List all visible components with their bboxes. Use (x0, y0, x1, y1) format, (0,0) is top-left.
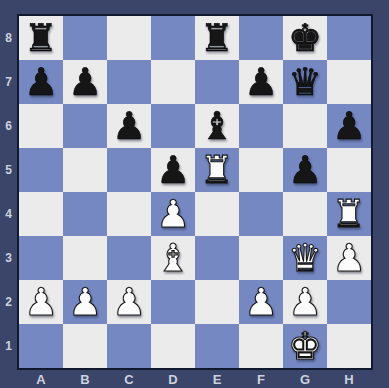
square-e8[interactable]: ♜ (195, 16, 239, 60)
piece-black-bishop-e6[interactable]: ♝ (200, 104, 234, 148)
piece-white-pawn-b2[interactable]: ♟ (68, 280, 102, 324)
piece-black-pawn-g5[interactable]: ♟ (288, 148, 322, 192)
square-d8[interactable] (151, 16, 195, 60)
square-e5[interactable]: ♜ (195, 148, 239, 192)
square-a4[interactable] (19, 192, 63, 236)
square-a6[interactable] (19, 104, 63, 148)
square-f6[interactable] (239, 104, 283, 148)
piece-black-queen-g7[interactable]: ♛ (288, 60, 322, 104)
file-label-e: E (195, 370, 239, 388)
square-h2[interactable] (327, 280, 371, 324)
piece-white-pawn-g2[interactable]: ♟ (288, 280, 322, 324)
piece-white-pawn-h3[interactable]: ♟ (332, 236, 366, 280)
square-b5[interactable] (63, 148, 107, 192)
square-a8[interactable]: ♜ (19, 16, 63, 60)
square-a7[interactable]: ♟ (19, 60, 63, 104)
square-g1[interactable]: ♚ (283, 324, 327, 368)
piece-black-pawn-b7[interactable]: ♟ (68, 60, 102, 104)
square-f8[interactable] (239, 16, 283, 60)
piece-black-pawn-c6[interactable]: ♟ (112, 104, 146, 148)
piece-white-pawn-f2[interactable]: ♟ (244, 280, 278, 324)
rank-label-3: 3 (0, 236, 17, 280)
square-a3[interactable] (19, 236, 63, 280)
file-label-d: D (151, 370, 195, 388)
rank-label-4: 4 (0, 192, 17, 236)
square-g4[interactable] (283, 192, 327, 236)
square-g3[interactable]: ♛ (283, 236, 327, 280)
file-label-g: G (283, 370, 327, 388)
file-label-b: B (63, 370, 107, 388)
file-label-h: H (327, 370, 371, 388)
square-h6[interactable]: ♟ (327, 104, 371, 148)
square-h7[interactable] (327, 60, 371, 104)
piece-white-queen-g3[interactable]: ♛ (288, 236, 322, 280)
piece-black-pawn-a7[interactable]: ♟ (24, 60, 58, 104)
square-d1[interactable] (151, 324, 195, 368)
square-d4[interactable]: ♟ (151, 192, 195, 236)
square-b2[interactable]: ♟ (63, 280, 107, 324)
square-e7[interactable] (195, 60, 239, 104)
square-h3[interactable]: ♟ (327, 236, 371, 280)
piece-black-rook-a8[interactable]: ♜ (24, 16, 58, 60)
square-f4[interactable] (239, 192, 283, 236)
rank-label-6: 6 (0, 104, 17, 148)
square-c1[interactable] (107, 324, 151, 368)
piece-black-pawn-f7[interactable]: ♟ (244, 60, 278, 104)
piece-black-pawn-h6[interactable]: ♟ (332, 104, 366, 148)
square-e4[interactable] (195, 192, 239, 236)
piece-white-rook-e5[interactable]: ♜ (200, 148, 234, 192)
square-h8[interactable] (327, 16, 371, 60)
square-f7[interactable]: ♟ (239, 60, 283, 104)
piece-white-bishop-d3[interactable]: ♝ (156, 236, 190, 280)
file-labels: ABCDEFGH (19, 370, 371, 388)
square-c5[interactable] (107, 148, 151, 192)
square-b1[interactable] (63, 324, 107, 368)
square-h5[interactable] (327, 148, 371, 192)
square-h4[interactable]: ♜ (327, 192, 371, 236)
square-b7[interactable]: ♟ (63, 60, 107, 104)
rank-label-5: 5 (0, 148, 17, 192)
file-label-c: C (107, 370, 151, 388)
square-c6[interactable]: ♟ (107, 104, 151, 148)
rank-label-2: 2 (0, 280, 17, 324)
square-a2[interactable]: ♟ (19, 280, 63, 324)
square-f5[interactable] (239, 148, 283, 192)
square-f1[interactable] (239, 324, 283, 368)
square-d6[interactable] (151, 104, 195, 148)
rank-label-1: 1 (0, 324, 17, 368)
square-d7[interactable] (151, 60, 195, 104)
square-e3[interactable] (195, 236, 239, 280)
square-g8[interactable]: ♚ (283, 16, 327, 60)
square-g2[interactable]: ♟ (283, 280, 327, 324)
piece-white-pawn-a2[interactable]: ♟ (24, 280, 58, 324)
square-h1[interactable] (327, 324, 371, 368)
file-label-a: A (19, 370, 63, 388)
chess-diagram-frame: 87654321 ♜♜♚♟♟♟♛♟♝♟♟♜♟♟♜♝♛♟♟♟♟♟♟♚ ABCDEF… (0, 0, 389, 388)
square-b8[interactable] (63, 16, 107, 60)
square-b4[interactable] (63, 192, 107, 236)
square-e2[interactable] (195, 280, 239, 324)
piece-white-pawn-c2[interactable]: ♟ (112, 280, 146, 324)
square-d3[interactable]: ♝ (151, 236, 195, 280)
square-c4[interactable] (107, 192, 151, 236)
rank-label-7: 7 (0, 60, 17, 104)
square-g5[interactable]: ♟ (283, 148, 327, 192)
piece-black-rook-e8[interactable]: ♜ (200, 16, 234, 60)
square-a1[interactable] (19, 324, 63, 368)
piece-black-pawn-d5[interactable]: ♟ (156, 148, 190, 192)
square-e1[interactable] (195, 324, 239, 368)
piece-white-pawn-d4[interactable]: ♟ (156, 192, 190, 236)
piece-white-rook-h4[interactable]: ♜ (332, 192, 366, 236)
chess-board[interactable]: ♜♜♚♟♟♟♛♟♝♟♟♜♟♟♜♝♛♟♟♟♟♟♟♚ (17, 14, 373, 370)
file-label-f: F (239, 370, 283, 388)
piece-black-king-g8[interactable]: ♚ (288, 16, 322, 60)
square-g6[interactable] (283, 104, 327, 148)
rank-labels: 87654321 (0, 16, 17, 368)
square-f2[interactable]: ♟ (239, 280, 283, 324)
rank-label-8: 8 (0, 16, 17, 60)
square-e6[interactable]: ♝ (195, 104, 239, 148)
square-g7[interactable]: ♛ (283, 60, 327, 104)
square-d5[interactable]: ♟ (151, 148, 195, 192)
square-b6[interactable] (63, 104, 107, 148)
square-f3[interactable] (239, 236, 283, 280)
square-c3[interactable] (107, 236, 151, 280)
square-a5[interactable] (19, 148, 63, 192)
square-c7[interactable] (107, 60, 151, 104)
square-c2[interactable]: ♟ (107, 280, 151, 324)
square-b3[interactable] (63, 236, 107, 280)
square-d2[interactable] (151, 280, 195, 324)
square-c8[interactable] (107, 16, 151, 60)
piece-white-king-g1[interactable]: ♚ (288, 324, 322, 368)
